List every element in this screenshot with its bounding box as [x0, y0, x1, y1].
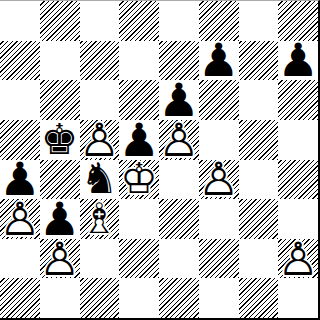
- square-b5[interactable]: ♚: [40, 120, 80, 160]
- black-pawn-piece: ♟: [278, 41, 318, 81]
- white-pawn-piece: ♟♙: [199, 160, 239, 200]
- square-g1[interactable]: [239, 278, 279, 318]
- white-pawn-piece: ♟♙: [40, 239, 80, 279]
- square-c7[interactable]: [80, 41, 120, 81]
- square-b8[interactable]: [40, 1, 80, 41]
- piece-outline: ♔: [119, 160, 159, 200]
- square-h7[interactable]: ♟: [278, 41, 318, 81]
- square-h5[interactable]: [278, 120, 318, 160]
- white-pawn-piece: ♟♙: [278, 239, 318, 279]
- square-a6[interactable]: [0, 80, 40, 120]
- piece-outline: ♙: [159, 120, 199, 160]
- square-d3[interactable]: [119, 199, 159, 239]
- square-e3[interactable]: [159, 199, 199, 239]
- square-d1[interactable]: [119, 278, 159, 318]
- square-f1[interactable]: [199, 278, 239, 318]
- piece-silhouette: ♟: [199, 41, 239, 81]
- square-a3[interactable]: ♟♙: [0, 199, 40, 239]
- white-king-piece: ♚♔: [119, 160, 159, 200]
- square-b6[interactable]: [40, 80, 80, 120]
- square-a7[interactable]: [0, 41, 40, 81]
- white-pawn-piece: ♟♙: [0, 199, 40, 239]
- square-f4[interactable]: ♟♙: [199, 160, 239, 200]
- square-f3[interactable]: [199, 199, 239, 239]
- square-h1[interactable]: [278, 278, 318, 318]
- square-c8[interactable]: [80, 1, 120, 41]
- black-pawn-piece: ♟: [199, 41, 239, 81]
- square-d7[interactable]: [119, 41, 159, 81]
- square-d4[interactable]: ♚♔: [119, 160, 159, 200]
- piece-outline: ♙: [199, 160, 239, 200]
- square-f7[interactable]: ♟: [199, 41, 239, 81]
- square-g2[interactable]: [239, 239, 279, 279]
- square-h4[interactable]: [278, 160, 318, 200]
- square-g3[interactable]: [239, 199, 279, 239]
- square-b1[interactable]: [40, 278, 80, 318]
- white-pawn-piece: ♟♙: [159, 120, 199, 160]
- square-d2[interactable]: [119, 239, 159, 279]
- square-b2[interactable]: ♟♙: [40, 239, 80, 279]
- square-e2[interactable]: [159, 239, 199, 279]
- white-bishop-piece: ♝♗: [80, 199, 120, 239]
- square-f6[interactable]: [199, 80, 239, 120]
- square-g5[interactable]: [239, 120, 279, 160]
- piece-outline: ♙: [40, 239, 80, 279]
- piece-silhouette: ♟: [278, 41, 318, 81]
- piece-outline: ♙: [0, 199, 40, 239]
- chess-board: ♟♟♟♚♟♙♟♟♙♟♞♚♔♟♙♟♙♟♝♗♟♙♟♙: [0, 0, 320, 320]
- square-b7[interactable]: [40, 41, 80, 81]
- square-h6[interactable]: [278, 80, 318, 120]
- square-f2[interactable]: [199, 239, 239, 279]
- square-e5[interactable]: ♟♙: [159, 120, 199, 160]
- square-e1[interactable]: [159, 278, 199, 318]
- piece-silhouette: ♚: [40, 120, 80, 160]
- square-a8[interactable]: [0, 1, 40, 41]
- square-c2[interactable]: [80, 239, 120, 279]
- square-d8[interactable]: [119, 1, 159, 41]
- square-a2[interactable]: [0, 239, 40, 279]
- square-h2[interactable]: ♟♙: [278, 239, 318, 279]
- square-g4[interactable]: [239, 160, 279, 200]
- piece-outline: ♙: [278, 239, 318, 279]
- black-king-piece: ♚: [40, 120, 80, 160]
- square-g7[interactable]: [239, 41, 279, 81]
- square-c3[interactable]: ♝♗: [80, 199, 120, 239]
- square-c1[interactable]: [80, 278, 120, 318]
- square-g6[interactable]: [239, 80, 279, 120]
- piece-outline: ♗: [80, 199, 120, 239]
- square-a1[interactable]: [0, 278, 40, 318]
- square-e8[interactable]: [159, 1, 199, 41]
- square-e4[interactable]: [159, 160, 199, 200]
- square-g8[interactable]: [239, 1, 279, 41]
